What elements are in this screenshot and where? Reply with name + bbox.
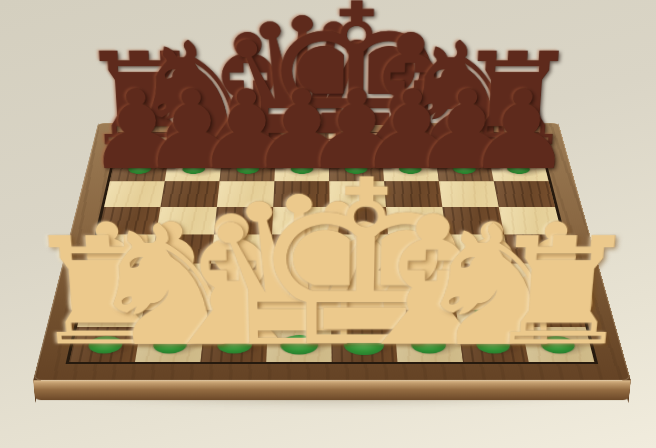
piece-white-rook[interactable]: ♜ (379, 218, 656, 366)
board-frame: ♜♞♝♛♚♝♞♜♟♟♟♟♟♟♟♟♟♟♟♟♟♟♟♟♜♞♝♛♚♝♞♜ (33, 123, 631, 380)
square-h1[interactable]: ♜ (522, 327, 594, 362)
chess-board: ♜♞♝♛♚♝♞♜♟♟♟♟♟♟♟♟♟♟♟♟♟♟♟♟♜♞♝♛♚♝♞♜ (33, 123, 631, 380)
board-front-edge (33, 380, 631, 400)
photo-scene: ♜♞♝♛♚♝♞♜♟♟♟♟♟♟♟♟♟♟♟♟♟♟♟♟♜♞♝♛♚♝♞♜ (0, 0, 656, 448)
board-squares-grid: ♜♞♝♛♚♝♞♜♟♟♟♟♟♟♟♟♟♟♟♟♟♟♟♟♜♞♝♛♚♝♞♜ (66, 132, 599, 364)
